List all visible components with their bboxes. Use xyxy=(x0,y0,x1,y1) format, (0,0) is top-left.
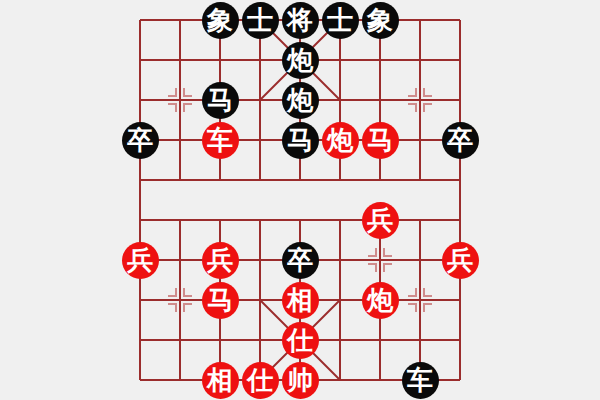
board-point: 将 xyxy=(280,0,320,40)
black-elephant[interactable]: 象 xyxy=(362,2,399,39)
board-point: 兵 xyxy=(120,240,160,280)
red-advisor[interactable]: 仕 xyxy=(242,362,279,399)
black-advisor[interactable]: 士 xyxy=(242,2,279,39)
black-horse[interactable]: 马 xyxy=(282,122,319,159)
red-cannon[interactable]: 炮 xyxy=(362,282,399,319)
black-soldier[interactable]: 卒 xyxy=(442,122,479,159)
board-point: 炮 xyxy=(320,120,360,160)
board-point: 车 xyxy=(400,360,440,400)
red-elephant[interactable]: 相 xyxy=(202,362,239,399)
pieces-layer: 象士将士象炮马炮卒车马炮马卒兵兵兵卒兵马相炮仕相仕帅车 xyxy=(120,0,480,400)
board-point: 兵 xyxy=(440,240,480,280)
black-cannon[interactable]: 炮 xyxy=(282,82,319,119)
board-point: 炮 xyxy=(280,80,320,120)
board-point: 相 xyxy=(200,360,240,400)
board-point: 仕 xyxy=(280,320,320,360)
red-advisor[interactable]: 仕 xyxy=(282,322,319,359)
board-point: 相 xyxy=(280,280,320,320)
board-point: 兵 xyxy=(360,200,400,240)
board-point: 卒 xyxy=(280,240,320,280)
black-general[interactable]: 将 xyxy=(282,2,319,39)
red-elephant[interactable]: 相 xyxy=(282,282,319,319)
board-point: 卒 xyxy=(120,120,160,160)
board-point: 车 xyxy=(200,120,240,160)
black-soldier[interactable]: 卒 xyxy=(282,242,319,279)
red-horse[interactable]: 马 xyxy=(202,282,239,319)
board-point: 马 xyxy=(200,80,240,120)
black-soldier[interactable]: 卒 xyxy=(122,122,159,159)
black-horse[interactable]: 马 xyxy=(202,82,239,119)
board-point: 仕 xyxy=(240,360,280,400)
board-point: 象 xyxy=(360,0,400,40)
board-point: 卒 xyxy=(440,120,480,160)
red-soldier[interactable]: 兵 xyxy=(362,202,399,239)
board-point: 马 xyxy=(280,120,320,160)
red-cannon[interactable]: 炮 xyxy=(322,122,359,159)
board-point: 炮 xyxy=(280,40,320,80)
board-point: 马 xyxy=(360,120,400,160)
board-point: 士 xyxy=(320,0,360,40)
board-point: 兵 xyxy=(200,240,240,280)
black-elephant[interactable]: 象 xyxy=(202,2,239,39)
board-point: 士 xyxy=(240,0,280,40)
red-soldier[interactable]: 兵 xyxy=(122,242,159,279)
black-cannon[interactable]: 炮 xyxy=(282,42,319,79)
red-general[interactable]: 帅 xyxy=(282,362,319,399)
black-chariot[interactable]: 车 xyxy=(402,362,439,399)
red-soldier[interactable]: 兵 xyxy=(442,242,479,279)
red-chariot[interactable]: 车 xyxy=(202,122,239,159)
board-point: 马 xyxy=(200,280,240,320)
board-point: 象 xyxy=(200,0,240,40)
black-advisor[interactable]: 士 xyxy=(322,2,359,39)
board-point: 帅 xyxy=(280,360,320,400)
board-point: 炮 xyxy=(360,280,400,320)
red-soldier[interactable]: 兵 xyxy=(202,242,239,279)
xiangqi-app-background: 象士将士象炮马炮卒车马炮马卒兵兵兵卒兵马相炮仕相仕帅车 xyxy=(0,0,600,400)
red-horse[interactable]: 马 xyxy=(362,122,399,159)
